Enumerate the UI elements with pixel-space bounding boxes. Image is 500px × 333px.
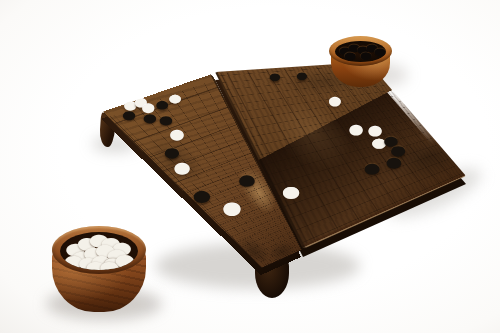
white-stone: ●	[282, 184, 301, 200]
go-scene-photo: ●●●●●●●●●●●●●●●●●●●●●●●●● ●●●●●●● ●●●●●●…	[0, 0, 500, 333]
black-stone: ●	[363, 161, 380, 176]
black-stone: ●	[193, 188, 212, 204]
black-stone: ●	[155, 99, 169, 110]
white-stone: ●	[168, 93, 181, 104]
black-stone: ●	[238, 172, 256, 187]
white-stone: ●	[328, 96, 341, 107]
white-stone-bowl: ●●●●●●●●●●●●●●●●	[52, 226, 146, 312]
white-stone: ●	[173, 161, 190, 176]
black-stone: ●	[386, 155, 403, 169]
white-stone: ●	[169, 129, 184, 142]
black-stone: ●	[159, 114, 173, 126]
black-stone: ●	[359, 50, 374, 61]
black-stone: ●	[164, 146, 180, 160]
black-stone-bowl: ●●●●●●●	[329, 33, 392, 88]
white-bowl-interior: ●●●●●●●●●●●●●●●●	[60, 232, 138, 270]
black-bowl-interior: ●●●●●●●	[335, 41, 386, 62]
black-stone: ●	[122, 109, 136, 121]
black-stone: ●	[269, 72, 281, 82]
white-stone: ●	[349, 124, 364, 137]
white-stone: ●	[222, 200, 241, 216]
black-stone: ●	[296, 71, 308, 81]
black-stone: ●	[143, 112, 157, 124]
